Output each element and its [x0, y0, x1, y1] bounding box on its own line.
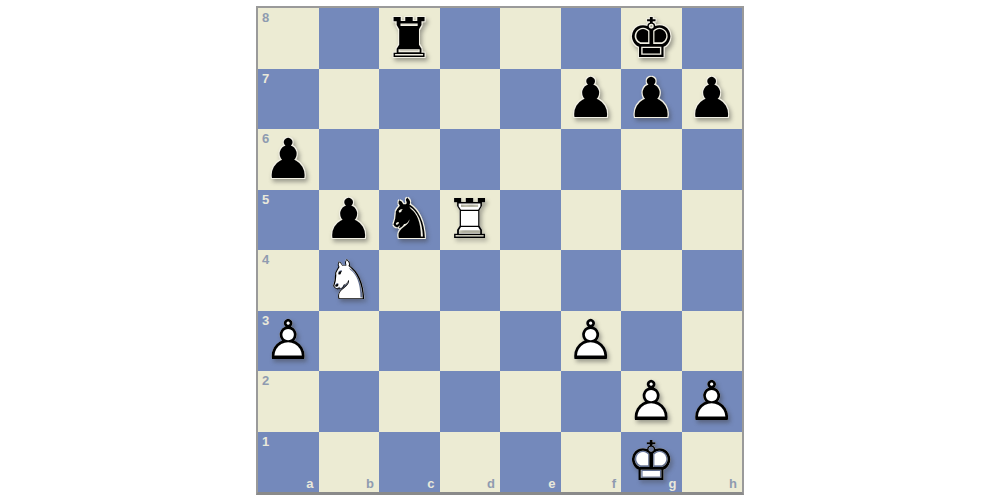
square-e6[interactable]	[500, 129, 561, 190]
square-g4[interactable]	[621, 250, 682, 311]
square-a6[interactable]: 6♟	[258, 129, 319, 190]
piece-black-knight[interactable]: ♞	[379, 190, 440, 251]
piece-black-pawn[interactable]: ♟	[319, 190, 380, 251]
square-b3[interactable]	[319, 311, 380, 372]
square-g5[interactable]	[621, 190, 682, 251]
square-e8[interactable]	[500, 8, 561, 69]
rank-label-4: 4	[262, 252, 269, 267]
square-a4[interactable]: 4	[258, 250, 319, 311]
file-label-e: e	[548, 476, 555, 491]
square-e3[interactable]	[500, 311, 561, 372]
square-d3[interactable]	[440, 311, 501, 372]
square-f3[interactable]: ♟♙	[561, 311, 622, 372]
square-c3[interactable]	[379, 311, 440, 372]
square-a3[interactable]: 3♟♙	[258, 311, 319, 372]
knight-glyph-outline: ♘	[319, 250, 380, 311]
piece-white-pawn[interactable]: ♟♙	[682, 371, 743, 432]
square-c2[interactable]	[379, 371, 440, 432]
square-a7[interactable]: 7	[258, 69, 319, 130]
square-c8[interactable]: ♜	[379, 8, 440, 69]
file-label-g: g	[669, 476, 677, 491]
pawn-glyph-outline: ♙	[561, 311, 622, 372]
square-h1[interactable]: h	[682, 432, 743, 493]
pawn-glyph: ♟	[682, 69, 743, 130]
pawn-glyph: ♟	[319, 190, 380, 251]
square-b7[interactable]	[319, 69, 380, 130]
square-e4[interactable]	[500, 250, 561, 311]
square-e7[interactable]	[500, 69, 561, 130]
square-c7[interactable]	[379, 69, 440, 130]
piece-black-pawn[interactable]: ♟	[621, 69, 682, 130]
square-g8[interactable]: ♚	[621, 8, 682, 69]
rank-label-7: 7	[262, 71, 269, 86]
piece-black-rook[interactable]: ♜	[379, 8, 440, 69]
square-e2[interactable]	[500, 371, 561, 432]
piece-black-king[interactable]: ♚	[621, 8, 682, 69]
square-d7[interactable]	[440, 69, 501, 130]
rank-label-8: 8	[262, 10, 269, 25]
square-f4[interactable]	[561, 250, 622, 311]
square-h6[interactable]	[682, 129, 743, 190]
square-b4[interactable]: ♞♘	[319, 250, 380, 311]
piece-white-pawn[interactable]: ♟♙	[621, 371, 682, 432]
rank-label-3: 3	[262, 313, 269, 328]
square-g7[interactable]: ♟	[621, 69, 682, 130]
rook-glyph-outline: ♖	[440, 190, 501, 251]
chess-board: 8♜♚7♟♟♟6♟5♟♞♜♖4♞♘3♟♙♟♙2♟♙♟♙1abcdefg♚♔h	[256, 6, 744, 495]
pawn-glyph-outline: ♙	[621, 371, 682, 432]
square-g6[interactable]	[621, 129, 682, 190]
file-label-d: d	[487, 476, 495, 491]
square-a1[interactable]: 1a	[258, 432, 319, 493]
square-c1[interactable]: c	[379, 432, 440, 493]
file-label-b: b	[366, 476, 374, 491]
file-label-f: f	[612, 476, 616, 491]
square-b6[interactable]	[319, 129, 380, 190]
square-f8[interactable]	[561, 8, 622, 69]
file-label-h: h	[729, 476, 737, 491]
square-d8[interactable]	[440, 8, 501, 69]
square-h8[interactable]	[682, 8, 743, 69]
pawn-glyph-outline: ♙	[682, 371, 743, 432]
file-label-c: c	[427, 476, 434, 491]
square-f2[interactable]	[561, 371, 622, 432]
square-f5[interactable]	[561, 190, 622, 251]
piece-white-pawn[interactable]: ♟♙	[561, 311, 622, 372]
square-g3[interactable]	[621, 311, 682, 372]
piece-black-pawn[interactable]: ♟	[682, 69, 743, 130]
square-c4[interactable]	[379, 250, 440, 311]
square-d4[interactable]	[440, 250, 501, 311]
square-e5[interactable]	[500, 190, 561, 251]
square-d6[interactable]	[440, 129, 501, 190]
rook-glyph: ♜	[379, 8, 440, 69]
square-d1[interactable]: d	[440, 432, 501, 493]
square-h2[interactable]: ♟♙	[682, 371, 743, 432]
square-f6[interactable]	[561, 129, 622, 190]
file-label-a: a	[306, 476, 313, 491]
piece-white-knight[interactable]: ♞♘	[319, 250, 380, 311]
square-c6[interactable]	[379, 129, 440, 190]
rank-label-6: 6	[262, 131, 269, 146]
rank-label-2: 2	[262, 373, 269, 388]
rank-label-5: 5	[262, 192, 269, 207]
square-h4[interactable]	[682, 250, 743, 311]
pawn-glyph: ♟	[561, 69, 622, 130]
square-d2[interactable]	[440, 371, 501, 432]
square-c5[interactable]: ♞	[379, 190, 440, 251]
piece-white-rook[interactable]: ♜♖	[440, 190, 501, 251]
square-b8[interactable]	[319, 8, 380, 69]
square-h3[interactable]	[682, 311, 743, 372]
square-h5[interactable]	[682, 190, 743, 251]
square-b2[interactable]	[319, 371, 380, 432]
square-g1[interactable]: g♚♔	[621, 432, 682, 493]
king-glyph: ♚	[621, 8, 682, 69]
square-b1[interactable]: b	[319, 432, 380, 493]
rank-label-1: 1	[262, 434, 269, 449]
square-d5[interactable]: ♜♖	[440, 190, 501, 251]
square-a2[interactable]: 2	[258, 371, 319, 432]
pawn-glyph: ♟	[621, 69, 682, 130]
piece-black-pawn[interactable]: ♟	[561, 69, 622, 130]
square-a8[interactable]: 8	[258, 8, 319, 69]
square-g2[interactable]: ♟♙	[621, 371, 682, 432]
square-a5[interactable]: 5	[258, 190, 319, 251]
knight-glyph: ♞	[379, 190, 440, 251]
square-b5[interactable]: ♟	[319, 190, 380, 251]
square-h7[interactable]: ♟	[682, 69, 743, 130]
square-f1[interactable]: f	[561, 432, 622, 493]
square-f7[interactable]: ♟	[561, 69, 622, 130]
square-e1[interactable]: e	[500, 432, 561, 493]
